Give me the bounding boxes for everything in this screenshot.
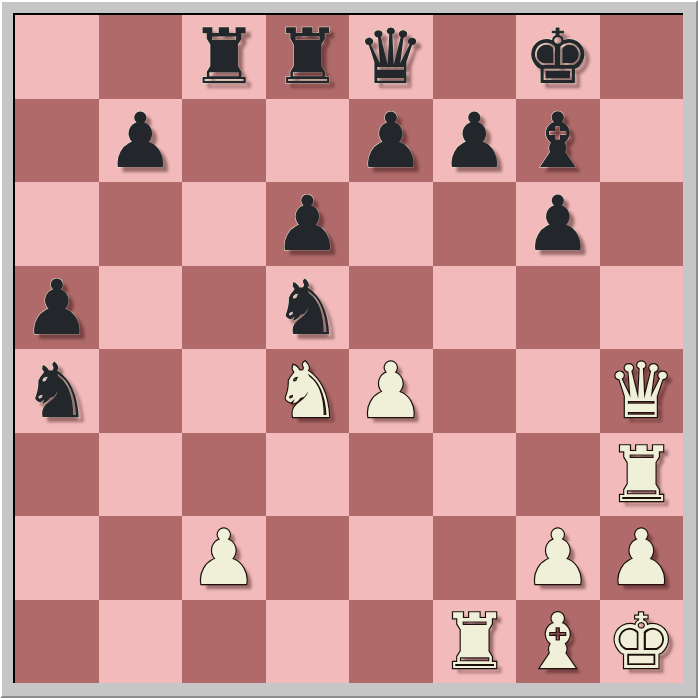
- square-f3[interactable]: [433, 433, 517, 517]
- black-knight-piece[interactable]: ♞: [273, 266, 341, 349]
- black-pawn-piece[interactable]: ♟: [440, 99, 508, 182]
- board-border: ♜♜♛♚♟♟♟♝♟♟♟♞♞♞♟♛♜♟♟♟♜♝♚: [13, 13, 683, 683]
- black-king-piece[interactable]: ♚: [524, 15, 592, 98]
- white-pawn-piece[interactable]: ♟: [524, 516, 592, 599]
- square-a3[interactable]: [15, 433, 99, 517]
- square-a4[interactable]: ♞: [15, 349, 99, 433]
- square-h6[interactable]: [600, 182, 684, 266]
- white-pawn-piece[interactable]: ♟: [607, 516, 675, 599]
- square-e8[interactable]: ♛: [349, 15, 433, 99]
- square-h7[interactable]: [600, 99, 684, 183]
- square-c7[interactable]: [182, 99, 266, 183]
- white-queen-piece[interactable]: ♛: [607, 349, 675, 432]
- square-b4[interactable]: [99, 349, 183, 433]
- black-bishop-piece[interactable]: ♝: [524, 99, 592, 182]
- square-f6[interactable]: [433, 182, 517, 266]
- square-a5[interactable]: ♟: [15, 266, 99, 350]
- square-c8[interactable]: ♜: [182, 15, 266, 99]
- board-frame: ♜♜♛♚♟♟♟♝♟♟♟♞♞♞♟♛♜♟♟♟♜♝♚: [0, 0, 698, 698]
- square-d5[interactable]: ♞: [266, 266, 350, 350]
- square-b7[interactable]: ♟: [99, 99, 183, 183]
- white-rook-piece[interactable]: ♜: [607, 433, 675, 516]
- square-d8[interactable]: ♜: [266, 15, 350, 99]
- square-c4[interactable]: [182, 349, 266, 433]
- square-d1[interactable]: [266, 600, 350, 684]
- square-f5[interactable]: [433, 266, 517, 350]
- square-b3[interactable]: [99, 433, 183, 517]
- black-knight-piece[interactable]: ♞: [23, 349, 91, 432]
- square-g8[interactable]: ♚: [516, 15, 600, 99]
- square-a8[interactable]: [15, 15, 99, 99]
- white-king-piece[interactable]: ♚: [607, 600, 675, 683]
- black-rook-piece[interactable]: ♜: [190, 15, 258, 98]
- square-e1[interactable]: [349, 600, 433, 684]
- black-rook-piece[interactable]: ♜: [273, 15, 341, 98]
- black-pawn-piece[interactable]: ♟: [357, 99, 425, 182]
- black-pawn-piece[interactable]: ♟: [106, 99, 174, 182]
- white-pawn-piece[interactable]: ♟: [357, 349, 425, 432]
- square-h4[interactable]: ♛: [600, 349, 684, 433]
- square-a2[interactable]: [15, 516, 99, 600]
- square-a6[interactable]: [15, 182, 99, 266]
- square-h1[interactable]: ♚: [600, 600, 684, 684]
- square-h8[interactable]: [600, 15, 684, 99]
- square-h2[interactable]: ♟: [600, 516, 684, 600]
- square-g2[interactable]: ♟: [516, 516, 600, 600]
- square-b8[interactable]: [99, 15, 183, 99]
- square-b6[interactable]: [99, 182, 183, 266]
- white-knight-piece[interactable]: ♞: [273, 349, 341, 432]
- white-pawn-piece[interactable]: ♟: [190, 516, 258, 599]
- square-f1[interactable]: ♜: [433, 600, 517, 684]
- square-f8[interactable]: [433, 15, 517, 99]
- chess-board[interactable]: ♜♜♛♚♟♟♟♝♟♟♟♞♞♞♟♛♜♟♟♟♜♝♚: [15, 15, 683, 683]
- square-b1[interactable]: [99, 600, 183, 684]
- square-d4[interactable]: ♞: [266, 349, 350, 433]
- square-d6[interactable]: ♟: [266, 182, 350, 266]
- square-g5[interactable]: [516, 266, 600, 350]
- square-c2[interactable]: ♟: [182, 516, 266, 600]
- white-bishop-piece[interactable]: ♝: [524, 600, 592, 683]
- black-pawn-piece[interactable]: ♟: [524, 182, 592, 265]
- square-g3[interactable]: [516, 433, 600, 517]
- square-e5[interactable]: [349, 266, 433, 350]
- square-g6[interactable]: ♟: [516, 182, 600, 266]
- black-pawn-piece[interactable]: ♟: [23, 266, 91, 349]
- square-g7[interactable]: ♝: [516, 99, 600, 183]
- square-e2[interactable]: [349, 516, 433, 600]
- square-h5[interactable]: [600, 266, 684, 350]
- square-g1[interactable]: ♝: [516, 600, 600, 684]
- square-h3[interactable]: ♜: [600, 433, 684, 517]
- white-rook-piece[interactable]: ♜: [440, 600, 508, 683]
- square-d3[interactable]: [266, 433, 350, 517]
- square-a7[interactable]: [15, 99, 99, 183]
- square-f4[interactable]: [433, 349, 517, 433]
- black-queen-piece[interactable]: ♛: [357, 15, 425, 98]
- square-a1[interactable]: [15, 600, 99, 684]
- black-pawn-piece[interactable]: ♟: [273, 182, 341, 265]
- square-g4[interactable]: [516, 349, 600, 433]
- square-c3[interactable]: [182, 433, 266, 517]
- square-e4[interactable]: ♟: [349, 349, 433, 433]
- square-e6[interactable]: [349, 182, 433, 266]
- square-c1[interactable]: [182, 600, 266, 684]
- square-e7[interactable]: ♟: [349, 99, 433, 183]
- square-c5[interactable]: [182, 266, 266, 350]
- square-b2[interactable]: [99, 516, 183, 600]
- square-b5[interactable]: [99, 266, 183, 350]
- square-c6[interactable]: [182, 182, 266, 266]
- square-d7[interactable]: [266, 99, 350, 183]
- square-f2[interactable]: [433, 516, 517, 600]
- square-e3[interactable]: [349, 433, 433, 517]
- square-f7[interactable]: ♟: [433, 99, 517, 183]
- square-d2[interactable]: [266, 516, 350, 600]
